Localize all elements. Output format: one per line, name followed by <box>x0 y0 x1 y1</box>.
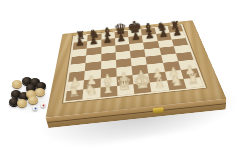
square-b4 <box>85 61 101 71</box>
square-h1: ♜ <box>183 77 203 88</box>
black-pawn: ♟ <box>74 37 84 48</box>
white-bishop: ♝ <box>100 78 116 95</box>
chess-board: ♜♞♝♛♚♝♞♜♟♟♟♟♟♟♟♟♟♟♟♟♟♟♟♟♜♞♝♛♚♝♞♜ <box>46 20 227 117</box>
square-b1: ♞ <box>83 87 100 99</box>
square-b5 <box>86 54 101 63</box>
white-knight: ♞ <box>169 72 184 88</box>
product-photo: ♜♞♝♛♚♝♞♜♟♟♟♟♟♟♟♟♟♟♟♟♟♟♟♟♜♞♝♛♚♝♞♜ <box>0 0 240 150</box>
light-checker-piece <box>12 80 22 88</box>
square-a1: ♜ <box>66 89 84 101</box>
white-queen: ♛ <box>116 74 134 94</box>
black-pawn: ♟ <box>173 27 183 38</box>
white-rook: ♜ <box>187 72 201 87</box>
die <box>41 103 46 108</box>
square-d5 <box>115 51 130 60</box>
black-pawn: ♟ <box>116 33 126 44</box>
square-e1: ♚ <box>133 82 151 94</box>
square-g1: ♞ <box>167 79 187 90</box>
black-pawn: ♟ <box>102 34 112 45</box>
white-king: ♚ <box>132 70 152 92</box>
square-f1: ♝ <box>150 81 169 93</box>
black-pawn: ♟ <box>159 28 169 39</box>
black-pawn: ♟ <box>88 36 98 47</box>
black-pawn: ♟ <box>130 31 140 42</box>
board-grid: ♜♞♝♛♚♝♞♜♟♟♟♟♟♟♟♟♟♟♟♟♟♟♟♟♜♞♝♛♚♝♞♜ <box>66 25 204 101</box>
board-front-edge <box>46 99 227 128</box>
square-d1: ♛ <box>117 84 135 96</box>
die <box>33 106 38 111</box>
board-right-edge <box>192 20 226 109</box>
square-d4 <box>116 58 132 68</box>
white-knight: ♞ <box>83 81 98 97</box>
light-checker-piece <box>17 99 27 107</box>
white-rook: ♜ <box>67 84 81 99</box>
light-checker-piece <box>35 88 45 96</box>
white-bishop: ♝ <box>151 73 167 90</box>
light-checker-piece <box>28 96 38 104</box>
black-pawn: ♟ <box>144 30 154 41</box>
square-c1: ♝ <box>100 86 117 98</box>
brass-latch-icon <box>152 107 163 113</box>
box-seam <box>47 104 226 124</box>
scene: ♜♞♝♛♚♝♞♜♟♟♟♟♟♟♟♟♟♟♟♟♟♟♟♟♜♞♝♛♚♝♞♜ <box>0 0 240 150</box>
